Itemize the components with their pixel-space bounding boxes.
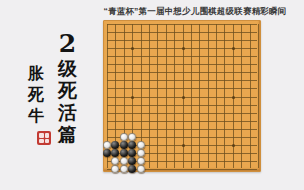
grid-line — [241, 24, 242, 168]
grid-line — [107, 105, 257, 106]
go-board-grid — [107, 24, 257, 168]
video-title: “青蓝杯”第一届中想少儿围棋超级联赛精彩瞬间 — [86, 6, 304, 18]
caption-char: 篇 — [58, 124, 77, 145]
white-stone — [103, 141, 111, 149]
grid-line — [174, 24, 175, 168]
white-stone — [137, 165, 145, 173]
red-seal-stamp — [37, 131, 51, 145]
grid-line — [107, 80, 257, 81]
grid-line — [107, 64, 257, 65]
star-point — [182, 96, 185, 99]
caption-level-column: 2 级 死 活 篇 — [58, 31, 77, 145]
black-stone — [128, 165, 136, 173]
star-point — [131, 96, 134, 99]
white-stone — [120, 133, 128, 141]
grid-line — [107, 121, 257, 122]
black-stone — [120, 149, 128, 157]
grid-line — [107, 88, 257, 89]
caption-char: 胀 — [28, 64, 44, 83]
black-stone — [111, 141, 119, 149]
caption-char: 死 — [58, 80, 77, 101]
white-stone — [120, 157, 128, 165]
black-stone — [128, 149, 136, 157]
grid-line — [199, 24, 200, 168]
white-stone — [111, 165, 119, 173]
grid-line — [107, 56, 257, 57]
white-stone — [137, 157, 145, 165]
grid-line — [107, 24, 257, 25]
star-point — [232, 47, 235, 50]
grid-line — [208, 24, 209, 168]
black-stone — [120, 141, 128, 149]
caption-char: 2 — [59, 31, 76, 57]
caption-char: 牛 — [28, 106, 44, 125]
white-stone — [120, 165, 128, 173]
grid-line — [107, 32, 257, 33]
black-stone — [128, 141, 136, 149]
caption-problem-name-column: 胀 死 牛 — [28, 64, 44, 125]
white-stone — [111, 157, 119, 165]
star-point — [182, 47, 185, 50]
grid-line — [107, 129, 257, 130]
grid-line — [166, 24, 167, 168]
grid-line — [149, 24, 150, 168]
star-point — [232, 96, 235, 99]
star-point — [131, 47, 134, 50]
go-board — [103, 20, 261, 172]
white-stone — [128, 133, 136, 141]
white-stone — [137, 149, 145, 157]
caption-char: 死 — [28, 85, 44, 104]
caption-char: 级 — [58, 58, 77, 79]
star-point — [182, 144, 185, 147]
black-stone — [111, 149, 119, 157]
caption-char: 活 — [58, 102, 77, 123]
grid-line — [224, 24, 225, 168]
black-stone — [103, 149, 111, 157]
grid-line — [107, 40, 257, 41]
black-stone — [128, 157, 136, 165]
grid-line — [157, 24, 158, 168]
grid-line — [258, 24, 259, 168]
white-stone — [137, 141, 145, 149]
grid-line — [250, 24, 251, 168]
grid-line — [107, 113, 257, 114]
grid-line — [107, 72, 257, 73]
grid-line — [216, 24, 217, 168]
star-point — [232, 144, 235, 147]
grid-line — [191, 24, 192, 168]
